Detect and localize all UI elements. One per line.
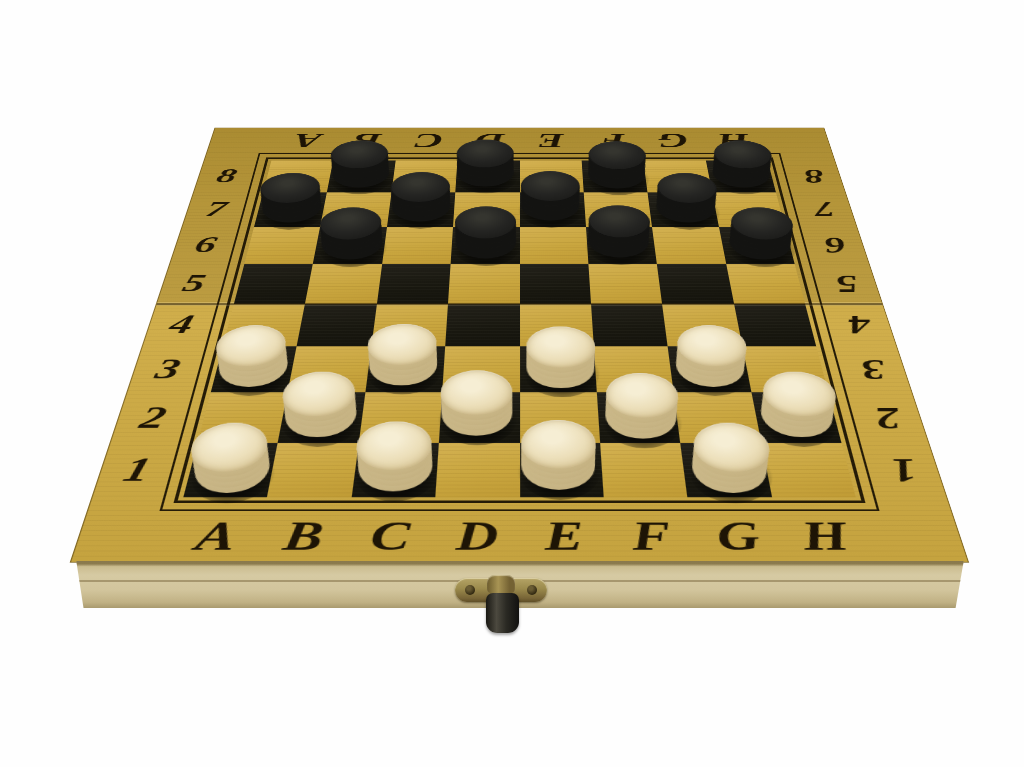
square-a5[interactable] (234, 264, 313, 304)
square-b8[interactable] (327, 160, 395, 192)
square-g5[interactable] (657, 264, 734, 304)
square-b7[interactable] (320, 193, 391, 227)
square-c6[interactable] (382, 227, 453, 264)
file-label-top-e: E (537, 131, 565, 151)
square-f5[interactable] (588, 264, 662, 304)
piece-white-a1[interactable] (190, 447, 275, 496)
square-c7[interactable] (387, 193, 456, 227)
latch-hinge (487, 575, 515, 593)
piece-white-a3[interactable] (214, 349, 291, 390)
piece-white-c1[interactable] (356, 446, 435, 495)
square-b6[interactable] (313, 227, 387, 264)
piece-white-e1[interactable] (521, 445, 596, 494)
square-d7[interactable] (453, 193, 519, 227)
square-h8[interactable] (706, 160, 776, 192)
file-label-top-d: D (475, 131, 505, 151)
photo-stage: AABBCCDDEEFFGGHH8877665544332211 (0, 0, 1024, 767)
piece-white-g1[interactable] (689, 447, 771, 496)
piece-white-h2[interactable] (757, 395, 838, 440)
square-a7[interactable] (254, 193, 327, 227)
file-label-top-b: B (353, 131, 384, 151)
square-f6[interactable] (586, 227, 657, 264)
latch-knob-icon (486, 593, 519, 633)
square-d5[interactable] (448, 264, 519, 304)
file-label-top-h: H (716, 131, 752, 151)
square-h5[interactable] (726, 264, 805, 304)
square-h6[interactable] (719, 227, 795, 264)
checkers-board: AABBCCDDEEFFGGHH8877665544332211 (70, 128, 970, 563)
file-label-top-g: G (656, 131, 689, 151)
piece-white-d2[interactable] (440, 394, 512, 439)
square-f8[interactable] (582, 160, 648, 192)
latch-screw-right (527, 585, 537, 595)
piece-white-c3[interactable] (366, 348, 438, 389)
square-d6[interactable] (451, 227, 520, 264)
square-e8[interactable] (520, 160, 584, 192)
square-c8[interactable] (391, 160, 457, 192)
piece-white-b2[interactable] (282, 395, 360, 440)
square-f7[interactable] (584, 193, 653, 227)
square-e6[interactable] (520, 227, 589, 264)
file-label-top-c: C (414, 131, 443, 151)
square-e7[interactable] (520, 193, 586, 227)
square-a6[interactable] (244, 227, 320, 264)
square-a8[interactable] (263, 160, 333, 192)
file-label-top-a: A (291, 131, 323, 151)
piece-white-f2[interactable] (604, 397, 679, 442)
square-c5[interactable] (377, 264, 451, 304)
square-b5[interactable] (305, 264, 382, 304)
piece-top-face (440, 370, 513, 415)
square-d8[interactable] (455, 160, 519, 192)
square-e5[interactable] (520, 264, 591, 304)
square-g8[interactable] (644, 160, 712, 192)
latch-screw-left (465, 585, 475, 595)
square-g6[interactable] (652, 227, 726, 264)
square-h7[interactable] (712, 193, 785, 227)
file-label-top-f: F (597, 131, 626, 151)
piece-white-g3[interactable] (673, 349, 748, 390)
piece-white-e3[interactable] (526, 350, 595, 392)
square-g7[interactable] (648, 193, 719, 227)
